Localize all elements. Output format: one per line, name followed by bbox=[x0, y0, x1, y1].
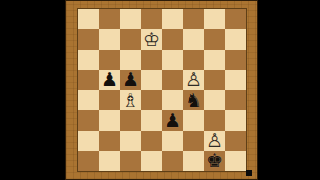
square-h1[interactable] bbox=[225, 151, 246, 171]
square-f1[interactable] bbox=[183, 151, 204, 171]
square-f4[interactable]: ♞ bbox=[183, 90, 204, 110]
square-e7[interactable] bbox=[162, 29, 183, 49]
black-pawn[interactable]: ♟ bbox=[122, 70, 139, 89]
square-h7[interactable] bbox=[225, 29, 246, 49]
square-g3[interactable] bbox=[204, 110, 225, 130]
black-pawn[interactable]: ♟ bbox=[164, 110, 181, 129]
black-knight[interactable]: ♞ bbox=[185, 90, 202, 109]
square-h3[interactable] bbox=[225, 110, 246, 130]
pillarbox-right bbox=[258, 0, 320, 180]
square-c6[interactable] bbox=[120, 50, 141, 70]
square-b1[interactable] bbox=[99, 151, 120, 171]
square-h5[interactable] bbox=[225, 70, 246, 90]
square-g6[interactable] bbox=[204, 50, 225, 70]
square-a5[interactable] bbox=[78, 70, 99, 90]
square-e3[interactable]: ♟ bbox=[162, 110, 183, 130]
square-g2[interactable]: ♙ bbox=[204, 131, 225, 151]
square-g1[interactable]: ♚ bbox=[204, 151, 225, 171]
square-f5[interactable]: ♙ bbox=[183, 70, 204, 90]
square-d7[interactable]: ♔ bbox=[141, 29, 162, 49]
pillarbox-left bbox=[0, 0, 65, 180]
white-pawn[interactable]: ♙ bbox=[185, 70, 202, 89]
square-g7[interactable] bbox=[204, 29, 225, 49]
square-d3[interactable] bbox=[141, 110, 162, 130]
square-e4[interactable] bbox=[162, 90, 183, 110]
white-bishop[interactable]: ♗ bbox=[122, 90, 139, 109]
white-pawn[interactable]: ♙ bbox=[206, 131, 223, 150]
square-f7[interactable] bbox=[183, 29, 204, 49]
square-b3[interactable] bbox=[99, 110, 120, 130]
square-d4[interactable] bbox=[141, 90, 162, 110]
square-d6[interactable] bbox=[141, 50, 162, 70]
square-a2[interactable] bbox=[78, 131, 99, 151]
square-c7[interactable] bbox=[120, 29, 141, 49]
video-frame: ♔♟♟♙♗♞♟♙♚ bbox=[0, 0, 320, 180]
square-e1[interactable] bbox=[162, 151, 183, 171]
square-a3[interactable] bbox=[78, 110, 99, 130]
square-h6[interactable] bbox=[225, 50, 246, 70]
square-c3[interactable] bbox=[120, 110, 141, 130]
square-b2[interactable] bbox=[99, 131, 120, 151]
square-h2[interactable] bbox=[225, 131, 246, 151]
square-f6[interactable] bbox=[183, 50, 204, 70]
square-h4[interactable] bbox=[225, 90, 246, 110]
square-g5[interactable] bbox=[204, 70, 225, 90]
square-a4[interactable] bbox=[78, 90, 99, 110]
chess-board[interactable]: ♔♟♟♙♗♞♟♙♚ bbox=[77, 8, 247, 172]
square-e8[interactable] bbox=[162, 9, 183, 29]
square-d5[interactable] bbox=[141, 70, 162, 90]
square-b7[interactable] bbox=[99, 29, 120, 49]
square-a6[interactable] bbox=[78, 50, 99, 70]
square-b8[interactable] bbox=[99, 9, 120, 29]
square-e5[interactable] bbox=[162, 70, 183, 90]
square-c1[interactable] bbox=[120, 151, 141, 171]
square-c4[interactable]: ♗ bbox=[120, 90, 141, 110]
square-a8[interactable] bbox=[78, 9, 99, 29]
white-king[interactable]: ♔ bbox=[143, 29, 160, 48]
square-f2[interactable] bbox=[183, 131, 204, 151]
square-c5[interactable]: ♟ bbox=[120, 70, 141, 90]
square-c8[interactable] bbox=[120, 9, 141, 29]
square-a7[interactable] bbox=[78, 29, 99, 49]
square-f8[interactable] bbox=[183, 9, 204, 29]
square-g8[interactable] bbox=[204, 9, 225, 29]
square-b5[interactable]: ♟ bbox=[99, 70, 120, 90]
square-d2[interactable] bbox=[141, 131, 162, 151]
square-e2[interactable] bbox=[162, 131, 183, 151]
square-d8[interactable] bbox=[141, 9, 162, 29]
square-f3[interactable] bbox=[183, 110, 204, 130]
square-e6[interactable] bbox=[162, 50, 183, 70]
square-b4[interactable] bbox=[99, 90, 120, 110]
black-king[interactable]: ♚ bbox=[206, 151, 223, 170]
frame-corner-marker bbox=[246, 170, 252, 176]
square-a1[interactable] bbox=[78, 151, 99, 171]
black-pawn[interactable]: ♟ bbox=[101, 70, 118, 89]
board-frame: ♔♟♟♙♗♞♟♙♚ bbox=[65, 0, 258, 180]
square-h8[interactable] bbox=[225, 9, 246, 29]
square-b6[interactable] bbox=[99, 50, 120, 70]
square-c2[interactable] bbox=[120, 131, 141, 151]
square-d1[interactable] bbox=[141, 151, 162, 171]
square-g4[interactable] bbox=[204, 90, 225, 110]
